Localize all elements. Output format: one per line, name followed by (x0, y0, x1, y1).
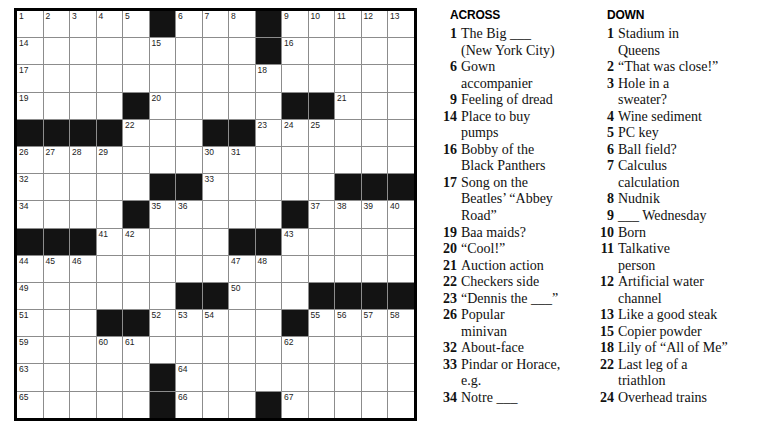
cell-r1c3[interactable]: 3 (70, 11, 96, 37)
cell-r3c15[interactable] (388, 65, 414, 91)
down-header: DOWN (607, 9, 753, 22)
cell-r1c5[interactable]: 5 (123, 11, 149, 37)
cell-r4c9[interactable] (229, 93, 255, 119)
clue-down-13: 13Like a good steak (598, 307, 753, 324)
cell-number: 28 (72, 147, 81, 157)
cell-r4c2[interactable] (44, 93, 70, 119)
cell-r13c15[interactable] (388, 337, 414, 363)
clue-text: ___ Wednesday (618, 208, 753, 225)
cell-r2c3[interactable] (70, 38, 96, 64)
cell-number: 67 (284, 392, 293, 402)
cell-number: 16 (284, 38, 293, 48)
cell-r12c2[interactable] (44, 310, 70, 336)
cell-r5c7[interactable] (176, 120, 202, 146)
clue-text: Bobby of the Black Panthers (461, 142, 596, 175)
black-cell-r4c5 (123, 93, 149, 119)
cell-r10c10[interactable]: 48 (256, 256, 282, 282)
cell-r13c8[interactable] (203, 337, 229, 363)
cell-r2c12[interactable] (309, 38, 335, 64)
cell-r11c5[interactable] (123, 283, 149, 309)
clue-text: The Big ___ (New York City) (461, 26, 596, 59)
clue-across-33: 33Pindar or Horace, e.g. (441, 357, 596, 390)
cell-r13c10[interactable] (256, 337, 282, 363)
cell-r12c14[interactable]: 57 (362, 310, 388, 336)
cell-r5c11[interactable]: 24 (282, 120, 308, 146)
clue-text: Lily of “All of Me” (618, 340, 753, 357)
black-cell-r5c9 (229, 120, 255, 146)
black-cell-r1c10 (256, 11, 282, 37)
clue-text: Hole in a sweater? (618, 76, 753, 109)
cell-r13c14[interactable] (362, 337, 388, 363)
cell-r11c11[interactable] (282, 283, 308, 309)
cell-r10c5[interactable] (123, 256, 149, 282)
cell-r14c4[interactable] (97, 364, 123, 390)
cell-r10c8[interactable] (203, 256, 229, 282)
clue-text: “Dennis the ___” (461, 291, 596, 308)
clue-text: About-face (461, 340, 596, 357)
cell-r5c6[interactable] (150, 120, 176, 146)
cell-r12c1[interactable]: 51 (17, 310, 43, 336)
clue-number: 32 (441, 340, 457, 357)
cell-r9c6[interactable] (150, 229, 176, 255)
cell-r11c1[interactable]: 49 (17, 283, 43, 309)
cell-r3c12[interactable] (309, 65, 335, 91)
cell-r14c1[interactable]: 63 (17, 364, 43, 390)
cell-r9c7[interactable] (176, 229, 202, 255)
cell-r14c10[interactable] (256, 364, 282, 390)
cell-r13c3[interactable] (70, 337, 96, 363)
cell-r13c7[interactable] (176, 337, 202, 363)
cell-r2c5[interactable] (123, 38, 149, 64)
black-cell-r12c4 (97, 310, 123, 336)
clue-number: 6 (441, 59, 457, 92)
cell-r6c1[interactable]: 26 (17, 147, 43, 173)
cell-r7c2[interactable] (44, 174, 70, 200)
cell-number: 42 (125, 229, 134, 239)
cell-r5c10[interactable]: 23 (256, 120, 282, 146)
cell-r11c2[interactable] (44, 283, 70, 309)
cell-r14c12[interactable] (309, 364, 335, 390)
clue-text: Pindar or Horace, e.g. (461, 357, 596, 390)
clue-number: 21 (441, 258, 457, 275)
cell-number: 41 (99, 229, 108, 239)
cell-r8c14[interactable]: 39 (362, 201, 388, 227)
cell-r7c4[interactable] (97, 174, 123, 200)
cell-r12c10[interactable] (256, 310, 282, 336)
cell-r6c8[interactable]: 30 (203, 147, 229, 173)
cell-r3c13[interactable] (335, 65, 361, 91)
cell-r8c1[interactable]: 34 (17, 201, 43, 227)
cell-r3c11[interactable] (282, 65, 308, 91)
cell-r11c4[interactable] (97, 283, 123, 309)
cell-r9c11[interactable]: 43 (282, 229, 308, 255)
cell-number: 9 (284, 11, 289, 21)
cell-number: 24 (284, 120, 293, 130)
clue-number: 4 (598, 109, 614, 126)
clue-number: 20 (441, 241, 457, 258)
cell-r6c5[interactable] (123, 147, 149, 173)
cell-r10c12[interactable] (309, 256, 335, 282)
clue-across-17: 17Song on the Beatles’ “Abbey Road” (441, 175, 596, 225)
clue-down-12: 12Artificial water channel (598, 274, 753, 307)
cell-r4c15[interactable] (388, 93, 414, 119)
cell-r14c2[interactable] (44, 364, 70, 390)
black-cell-r4c11 (282, 93, 308, 119)
black-cell-r8c11 (282, 201, 308, 227)
cell-number: 33 (205, 174, 214, 184)
clue-text: Wine sediment (618, 109, 753, 126)
clue-text: Auction action (461, 258, 596, 275)
black-cell-r11c12 (309, 283, 335, 309)
cell-number: 60 (99, 337, 108, 347)
cell-r5c15[interactable] (388, 120, 414, 146)
cell-number: 47 (231, 256, 240, 266)
cell-r1c9[interactable]: 8 (229, 11, 255, 37)
cell-r7c9[interactable] (229, 174, 255, 200)
cell-r10c15[interactable] (388, 256, 414, 282)
cell-r2c4[interactable] (97, 38, 123, 64)
cell-number: 32 (19, 174, 28, 184)
cell-r14c5[interactable] (123, 364, 149, 390)
cell-r13c5[interactable]: 61 (123, 337, 149, 363)
cell-number: 20 (152, 93, 161, 103)
cell-r6c14[interactable] (362, 147, 388, 173)
clue-number: 13 (598, 307, 614, 324)
black-cell-r9c2 (44, 229, 70, 255)
cell-r6c4[interactable]: 29 (97, 147, 123, 173)
cell-r2c14[interactable] (362, 38, 388, 64)
cell-number: 23 (258, 120, 267, 130)
cell-r15c9[interactable] (229, 392, 255, 418)
cell-r9c8[interactable] (203, 229, 229, 255)
cell-r10c4[interactable] (97, 256, 123, 282)
cell-r15c11[interactable]: 67 (282, 392, 308, 418)
cell-r8c2[interactable] (44, 201, 70, 227)
cell-r13c9[interactable] (229, 337, 255, 363)
cell-r6c15[interactable] (388, 147, 414, 173)
cell-r10c7[interactable] (176, 256, 202, 282)
cell-r12c8[interactable]: 54 (203, 310, 229, 336)
cell-r1c2[interactable]: 2 (44, 11, 70, 37)
cell-r15c7[interactable]: 66 (176, 392, 202, 418)
cell-r8c10[interactable] (256, 201, 282, 227)
cell-r1c12[interactable]: 10 (309, 11, 335, 37)
cell-r15c8[interactable] (203, 392, 229, 418)
cell-r15c4[interactable] (97, 392, 123, 418)
cell-number: 46 (72, 256, 81, 266)
cell-r15c2[interactable] (44, 392, 70, 418)
cell-r4c14[interactable] (362, 93, 388, 119)
cell-number: 35 (152, 201, 161, 211)
cell-r1c7[interactable]: 6 (176, 11, 202, 37)
clue-number: 26 (441, 307, 457, 340)
clue-down-10: 10Born (598, 225, 753, 242)
cell-r10c13[interactable] (335, 256, 361, 282)
cell-r15c14[interactable] (362, 392, 388, 418)
cell-r8c6[interactable]: 35 (150, 201, 176, 227)
clue-down-9: 9___ Wednesday (598, 208, 753, 225)
black-cell-r11c8 (203, 283, 229, 309)
cell-r12c7[interactable]: 53 (176, 310, 202, 336)
clue-number: 12 (598, 274, 614, 307)
cell-r13c11[interactable]: 62 (282, 337, 308, 363)
cell-r3c9[interactable] (229, 65, 255, 91)
clue-number: 10 (598, 225, 614, 242)
cell-r13c1[interactable]: 59 (17, 337, 43, 363)
cell-r12c9[interactable] (229, 310, 255, 336)
cell-r14c3[interactable] (70, 364, 96, 390)
cell-r8c12[interactable]: 37 (309, 201, 335, 227)
clue-number: 18 (598, 340, 614, 357)
cell-r4c10[interactable] (256, 93, 282, 119)
cell-r8c13[interactable]: 38 (335, 201, 361, 227)
cell-r9c5[interactable]: 42 (123, 229, 149, 255)
clue-across-6: 6Gown accompanier (441, 59, 596, 92)
cell-r6c6[interactable] (150, 147, 176, 173)
cell-r4c6[interactable]: 20 (150, 93, 176, 119)
cell-number: 26 (19, 147, 28, 157)
cell-number: 6 (178, 11, 183, 21)
cell-r5c12[interactable]: 25 (309, 120, 335, 146)
clue-number: 11 (598, 241, 614, 274)
cell-r11c10[interactable] (256, 283, 282, 309)
clue-across-20: 20“Cool!” (441, 241, 596, 258)
across-clues-column: ACROSS 1The Big ___ (New York City)6Gown… (441, 9, 596, 407)
cell-r6c2[interactable]: 27 (44, 147, 70, 173)
cell-r9c4[interactable]: 41 (97, 229, 123, 255)
clue-across-34: 34Notre ___ (441, 390, 596, 407)
cell-r15c1[interactable]: 65 (17, 392, 43, 418)
clue-across-16: 16Bobby of the Black Panthers (441, 142, 596, 175)
cell-r8c8[interactable] (203, 201, 229, 227)
clue-number: 23 (441, 291, 457, 308)
cell-r15c3[interactable] (70, 392, 96, 418)
cell-r10c14[interactable] (362, 256, 388, 282)
cell-r9c13[interactable] (335, 229, 361, 255)
cell-r6c3[interactable]: 28 (70, 147, 96, 173)
cell-number: 48 (258, 256, 267, 266)
cell-r11c6[interactable] (150, 283, 176, 309)
cell-number: 51 (19, 310, 28, 320)
cell-r11c9[interactable]: 50 (229, 283, 255, 309)
cell-r7c11[interactable] (282, 174, 308, 200)
cell-r5c13[interactable] (335, 120, 361, 146)
crossword-board: 1234567891011121314151617181920212223242… (14, 8, 417, 421)
black-cell-r9c10 (256, 229, 282, 255)
cell-r2c15[interactable] (388, 38, 414, 64)
cell-r3c5[interactable] (123, 65, 149, 91)
cell-r3c10[interactable]: 18 (256, 65, 282, 91)
cell-r13c13[interactable] (335, 337, 361, 363)
black-cell-r11c15 (388, 283, 414, 309)
cell-r10c11[interactable] (282, 256, 308, 282)
cell-r2c1[interactable]: 14 (17, 38, 43, 64)
down-clue-list: 1Stadium in Queens2“That was close!”3Hol… (598, 26, 753, 407)
cell-r8c3[interactable] (70, 201, 96, 227)
black-cell-r15c6 (150, 392, 176, 418)
cell-r11c3[interactable] (70, 283, 96, 309)
cell-r5c14[interactable] (362, 120, 388, 146)
clue-text: Feeling of dread (461, 92, 596, 109)
cell-r13c2[interactable] (44, 337, 70, 363)
cell-number: 27 (46, 147, 55, 157)
cell-r1c13[interactable]: 11 (335, 11, 361, 37)
cell-r12c15[interactable]: 58 (388, 310, 414, 336)
clue-across-1: 1The Big ___ (New York City) (441, 26, 596, 59)
cell-r6c12[interactable] (309, 147, 335, 173)
cell-number: 56 (337, 310, 346, 320)
cell-r1c1[interactable]: 1 (17, 11, 43, 37)
black-cell-r14c6 (150, 364, 176, 390)
cell-r10c9[interactable]: 47 (229, 256, 255, 282)
cell-number: 36 (178, 201, 187, 211)
cell-r1c11[interactable]: 9 (282, 11, 308, 37)
cell-r2c13[interactable] (335, 38, 361, 64)
clue-text: “That was close!” (618, 59, 753, 76)
cell-r2c8[interactable] (203, 38, 229, 64)
cell-r10c1[interactable]: 44 (17, 256, 43, 282)
cell-r14c14[interactable] (362, 364, 388, 390)
cell-r7c5[interactable] (123, 174, 149, 200)
cell-number: 21 (337, 93, 346, 103)
cell-r8c4[interactable] (97, 201, 123, 227)
cell-r8c9[interactable] (229, 201, 255, 227)
cell-number: 66 (178, 392, 187, 402)
cell-r14c15[interactable] (388, 364, 414, 390)
cell-r1c14[interactable]: 12 (362, 11, 388, 37)
cell-r2c11[interactable]: 16 (282, 38, 308, 64)
cell-r12c6[interactable]: 52 (150, 310, 176, 336)
cell-number: 34 (19, 201, 28, 211)
cell-r3c8[interactable] (203, 65, 229, 91)
clue-text: Calculus calculation (618, 158, 753, 191)
cell-r12c13[interactable]: 56 (335, 310, 361, 336)
cell-r7c3[interactable] (70, 174, 96, 200)
cell-r6c13[interactable] (335, 147, 361, 173)
cell-r13c4[interactable]: 60 (97, 337, 123, 363)
black-cell-r7c15 (388, 174, 414, 200)
cell-r15c5[interactable] (123, 392, 149, 418)
cell-r15c13[interactable] (335, 392, 361, 418)
cell-r10c3[interactable]: 46 (70, 256, 96, 282)
cell-number: 37 (311, 201, 320, 211)
cell-r9c12[interactable] (309, 229, 335, 255)
cell-r13c6[interactable] (150, 337, 176, 363)
cell-r8c15[interactable]: 40 (388, 201, 414, 227)
black-cell-r5c1 (17, 120, 43, 146)
clue-text: Popular minivan (461, 307, 596, 340)
clue-number: 8 (598, 191, 614, 208)
cell-r8c7[interactable]: 36 (176, 201, 202, 227)
cell-r5c5[interactable]: 22 (123, 120, 149, 146)
cell-number: 45 (46, 256, 55, 266)
cell-r7c8[interactable]: 33 (203, 174, 229, 200)
black-cell-r9c9 (229, 229, 255, 255)
across-clue-list: 1The Big ___ (New York City)6Gown accomp… (441, 26, 596, 407)
cell-r6c10[interactable] (256, 147, 282, 173)
cell-r9c14[interactable] (362, 229, 388, 255)
cell-r7c12[interactable] (309, 174, 335, 200)
cell-r2c7[interactable] (176, 38, 202, 64)
cell-r7c1[interactable]: 32 (17, 174, 43, 200)
clue-down-24: 24Overhead trains (598, 390, 753, 407)
cell-r2c6[interactable]: 15 (150, 38, 176, 64)
clue-number: 24 (598, 390, 614, 407)
cell-r15c12[interactable] (309, 392, 335, 418)
clue-text: Nudnik (618, 191, 753, 208)
black-cell-r5c3 (70, 120, 96, 146)
cell-number: 7 (205, 11, 210, 21)
cell-r6c11[interactable] (282, 147, 308, 173)
cell-r3c1[interactable]: 17 (17, 65, 43, 91)
clue-text: Copier powder (618, 324, 753, 341)
cell-r13c12[interactable] (309, 337, 335, 363)
cell-r3c2[interactable] (44, 65, 70, 91)
cell-number: 53 (178, 310, 187, 320)
clue-number: 2 (598, 59, 614, 76)
cell-r1c8[interactable]: 7 (203, 11, 229, 37)
cell-number: 39 (364, 201, 373, 211)
cell-r3c3[interactable] (70, 65, 96, 91)
clue-text: “Cool!” (461, 241, 596, 258)
cell-r1c15[interactable]: 13 (388, 11, 414, 37)
clue-text: Overhead trains (618, 390, 753, 407)
black-cell-r2c10 (256, 38, 282, 64)
cell-r3c4[interactable] (97, 65, 123, 91)
cell-r1c4[interactable]: 4 (97, 11, 123, 37)
cell-r14c11[interactable] (282, 364, 308, 390)
clue-text: Place to buy pumps (461, 109, 596, 142)
cell-r14c9[interactable] (229, 364, 255, 390)
cell-r4c7[interactable] (176, 93, 202, 119)
cell-r4c4[interactable] (97, 93, 123, 119)
cell-r6c9[interactable]: 31 (229, 147, 255, 173)
cell-r4c13[interactable]: 21 (335, 93, 361, 119)
cell-r3c6[interactable] (150, 65, 176, 91)
cell-r6c7[interactable] (176, 147, 202, 173)
clue-text: Talkative person (618, 241, 753, 274)
black-cell-r11c7 (176, 283, 202, 309)
cell-r14c13[interactable] (335, 364, 361, 390)
cell-r4c3[interactable] (70, 93, 96, 119)
cell-r2c2[interactable] (44, 38, 70, 64)
cell-r4c8[interactable] (203, 93, 229, 119)
cell-number: 13 (390, 11, 399, 21)
black-cell-r1c6 (150, 11, 176, 37)
cell-r14c7[interactable]: 64 (176, 364, 202, 390)
clue-number: 15 (598, 324, 614, 341)
cell-r4c1[interactable]: 19 (17, 93, 43, 119)
clue-number: 22 (598, 357, 614, 390)
cell-r9c15[interactable] (388, 229, 414, 255)
clue-text: Like a good steak (618, 307, 753, 324)
cell-r12c3[interactable] (70, 310, 96, 336)
clue-number: 9 (441, 92, 457, 109)
cell-number: 38 (337, 201, 346, 211)
cell-r3c14[interactable] (362, 65, 388, 91)
cell-r7c10[interactable] (256, 174, 282, 200)
clue-number: 17 (441, 175, 457, 225)
cell-number: 4 (99, 11, 104, 21)
cell-r15c15[interactable] (388, 392, 414, 418)
cell-r14c8[interactable] (203, 364, 229, 390)
cell-r2c9[interactable] (229, 38, 255, 64)
black-cell-r11c13 (335, 283, 361, 309)
cell-r10c6[interactable] (150, 256, 176, 282)
cell-r10c2[interactable]: 45 (44, 256, 70, 282)
cell-r3c7[interactable] (176, 65, 202, 91)
cell-r12c12[interactable]: 55 (309, 310, 335, 336)
